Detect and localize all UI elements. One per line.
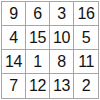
cell-r1c4: 16 xyxy=(74,2,98,26)
cell-r2c3: 10 xyxy=(50,26,74,50)
cell-r3c2: 1 xyxy=(26,50,50,74)
cell-r3c1: 14 xyxy=(2,50,26,74)
cell-r2c1: 4 xyxy=(2,26,26,50)
cell-r3c3: 8 xyxy=(50,50,74,74)
cell-r1c1: 9 xyxy=(2,2,26,26)
cell-r4c4: 2 xyxy=(74,74,98,98)
cell-r2c2: 15 xyxy=(26,26,50,50)
cell-r1c3: 3 xyxy=(50,2,74,26)
cell-r4c1: 7 xyxy=(2,74,26,98)
cell-r4c2: 12 xyxy=(26,74,50,98)
cell-r2c4: 5 xyxy=(74,26,98,50)
cell-r1c2: 6 xyxy=(26,2,50,26)
cell-r4c3: 13 xyxy=(50,74,74,98)
magic-square-board: 9 6 3 16 4 15 10 5 14 1 8 11 7 12 13 2 xyxy=(1,1,99,99)
cell-r3c4: 11 xyxy=(74,50,98,74)
